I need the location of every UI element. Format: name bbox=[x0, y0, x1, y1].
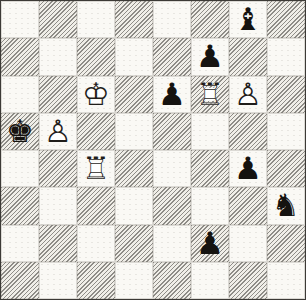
square-d8[interactable] bbox=[115, 1, 153, 38]
chess-board: ♝♟♚♔♟♜♖♟♙♚♟♙♜♖♟♞♟ bbox=[0, 0, 306, 300]
square-d4[interactable] bbox=[115, 150, 153, 187]
square-c2[interactable] bbox=[77, 225, 115, 262]
square-e5[interactable] bbox=[153, 113, 191, 150]
white-piece-outline: ♔ bbox=[82, 79, 110, 110]
square-h7[interactable] bbox=[267, 38, 305, 75]
square-f3[interactable] bbox=[191, 187, 229, 224]
square-c4[interactable]: ♜♖ bbox=[77, 150, 115, 187]
white-piece-outline: ♖ bbox=[82, 153, 110, 184]
square-c5[interactable] bbox=[77, 113, 115, 150]
square-d7[interactable] bbox=[115, 38, 153, 75]
white-rook-c4[interactable]: ♜♖ bbox=[82, 153, 110, 184]
square-f7[interactable]: ♟ bbox=[191, 38, 229, 75]
square-d5[interactable] bbox=[115, 113, 153, 150]
square-c1[interactable] bbox=[77, 262, 115, 299]
square-a3[interactable] bbox=[1, 187, 39, 224]
square-f6[interactable]: ♜♖ bbox=[191, 76, 229, 113]
white-pawn-b5[interactable]: ♟♙ bbox=[44, 116, 72, 147]
square-g6[interactable]: ♟♙ bbox=[229, 76, 267, 113]
square-a7[interactable] bbox=[1, 38, 39, 75]
square-a2[interactable] bbox=[1, 225, 39, 262]
square-e1[interactable] bbox=[153, 262, 191, 299]
square-e7[interactable] bbox=[153, 38, 191, 75]
square-h5[interactable] bbox=[267, 113, 305, 150]
square-g4[interactable]: ♟ bbox=[229, 150, 267, 187]
square-g7[interactable] bbox=[229, 38, 267, 75]
white-piece-outline: ♙ bbox=[44, 116, 72, 147]
black-king-a5[interactable]: ♚ bbox=[6, 116, 34, 147]
square-f1[interactable] bbox=[191, 262, 229, 299]
square-d3[interactable] bbox=[115, 187, 153, 224]
square-g1[interactable] bbox=[229, 262, 267, 299]
square-e8[interactable] bbox=[153, 1, 191, 38]
square-e2[interactable] bbox=[153, 225, 191, 262]
square-d2[interactable] bbox=[115, 225, 153, 262]
square-b5[interactable]: ♟♙ bbox=[39, 113, 77, 150]
white-piece-outline: ♙ bbox=[234, 79, 262, 110]
white-rook-f6[interactable]: ♜♖ bbox=[196, 79, 224, 110]
square-b1[interactable] bbox=[39, 262, 77, 299]
square-c6[interactable]: ♚♔ bbox=[77, 76, 115, 113]
white-king-c6[interactable]: ♚♔ bbox=[82, 79, 110, 110]
square-d1[interactable] bbox=[115, 262, 153, 299]
square-b7[interactable] bbox=[39, 38, 77, 75]
square-h8[interactable] bbox=[267, 1, 305, 38]
square-h4[interactable] bbox=[267, 150, 305, 187]
white-pawn-g6[interactable]: ♟♙ bbox=[234, 79, 262, 110]
square-h3[interactable]: ♞ bbox=[267, 187, 305, 224]
square-f5[interactable] bbox=[191, 113, 229, 150]
white-piece-outline: ♖ bbox=[196, 79, 224, 110]
square-a5[interactable]: ♚ bbox=[1, 113, 39, 150]
black-pawn-f2[interactable]: ♟ bbox=[196, 228, 224, 259]
square-b2[interactable] bbox=[39, 225, 77, 262]
square-c7[interactable] bbox=[77, 38, 115, 75]
black-knight-h3[interactable]: ♞ bbox=[272, 190, 300, 221]
square-c8[interactable] bbox=[77, 1, 115, 38]
black-pawn-f7[interactable]: ♟ bbox=[196, 41, 224, 72]
square-a1[interactable] bbox=[1, 262, 39, 299]
square-g8[interactable]: ♝ bbox=[229, 1, 267, 38]
black-pawn-e6[interactable]: ♟ bbox=[158, 79, 186, 110]
square-e4[interactable] bbox=[153, 150, 191, 187]
square-b8[interactable] bbox=[39, 1, 77, 38]
square-c3[interactable] bbox=[77, 187, 115, 224]
black-bishop-g8[interactable]: ♝ bbox=[234, 4, 262, 35]
square-a8[interactable] bbox=[1, 1, 39, 38]
square-b4[interactable] bbox=[39, 150, 77, 187]
square-a6[interactable] bbox=[1, 76, 39, 113]
square-e3[interactable] bbox=[153, 187, 191, 224]
square-h1[interactable] bbox=[267, 262, 305, 299]
square-b6[interactable] bbox=[39, 76, 77, 113]
square-g5[interactable] bbox=[229, 113, 267, 150]
square-h6[interactable] bbox=[267, 76, 305, 113]
square-b3[interactable] bbox=[39, 187, 77, 224]
black-pawn-g4[interactable]: ♟ bbox=[234, 153, 262, 184]
square-d6[interactable] bbox=[115, 76, 153, 113]
square-f2[interactable]: ♟ bbox=[191, 225, 229, 262]
square-a4[interactable] bbox=[1, 150, 39, 187]
square-g3[interactable] bbox=[229, 187, 267, 224]
square-f8[interactable] bbox=[191, 1, 229, 38]
square-g2[interactable] bbox=[229, 225, 267, 262]
square-h2[interactable] bbox=[267, 225, 305, 262]
square-f4[interactable] bbox=[191, 150, 229, 187]
square-e6[interactable]: ♟ bbox=[153, 76, 191, 113]
